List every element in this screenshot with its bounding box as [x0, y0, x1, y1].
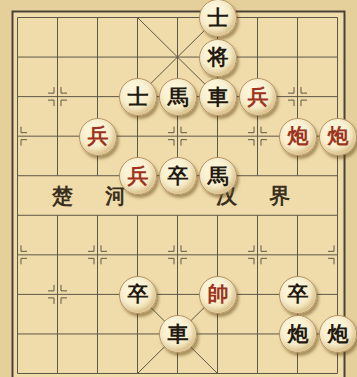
piece-black-chariot[interactable]: 車: [199, 78, 237, 116]
piece-red-soldier[interactable]: 兵: [119, 157, 157, 195]
piece-red-cannon[interactable]: 炮: [279, 118, 317, 156]
piece-black-horse[interactable]: 馬: [159, 78, 197, 116]
piece-red-cannon[interactable]: 炮: [319, 118, 357, 156]
piece-black-soldier[interactable]: 卒: [119, 276, 157, 314]
piece-black-soldier[interactable]: 卒: [279, 276, 317, 314]
piece-black-advisor[interactable]: 士: [119, 78, 157, 116]
piece-black-general[interactable]: 将: [199, 39, 237, 77]
piece-black-cannon[interactable]: 炮: [279, 315, 317, 353]
piece-red-soldier[interactable]: 兵: [79, 118, 117, 156]
piece-black-advisor[interactable]: 士: [199, 0, 237, 37]
piece-black-horse[interactable]: 馬: [199, 157, 237, 195]
piece-red-soldier[interactable]: 兵: [239, 78, 277, 116]
piece-red-general[interactable]: 帥: [199, 276, 237, 314]
piece-black-cannon[interactable]: 炮: [319, 315, 357, 353]
xiangqi-app: 楚 河 汉 界 士将士馬車兵兵炮炮兵卒馬卒帥卒車炮炮: [0, 0, 357, 377]
piece-black-chariot[interactable]: 車: [159, 315, 197, 353]
piece-black-soldier[interactable]: 卒: [159, 157, 197, 195]
pieces-layer: 士将士馬車兵兵炮炮兵卒馬卒帥卒車炮炮: [0, 0, 357, 377]
